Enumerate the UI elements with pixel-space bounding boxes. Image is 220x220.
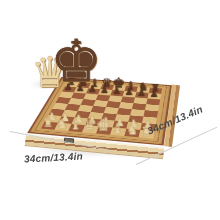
dimension-label-left: 34cm/13.4in — [24, 150, 83, 164]
product-photo-scene: ♜♞♝♛♚♝♞♜♟♟♟♟♟♟♟♟♟♟♟♟♟♟♟♟♜♞♝♛♚♝♞♜ ♛ ♚ 34c… — [0, 0, 220, 220]
dark-knight-piece: ♞ — [138, 81, 148, 92]
board-square: ♞ — [124, 129, 140, 138]
spare-dark-king-piece: ♚ — [50, 32, 102, 90]
light-pawn-piece: ♟ — [74, 114, 84, 125]
dark-rook-piece: ♜ — [150, 83, 159, 93]
board-square — [119, 102, 134, 109]
board-square — [81, 99, 96, 106]
dark-bishop-piece: ♝ — [125, 80, 135, 91]
